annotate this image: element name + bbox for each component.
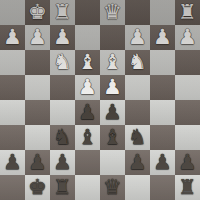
square-f8[interactable]: ♜ [50,175,75,200]
black-king-piece: ♚ [28,175,47,200]
square-e4[interactable]: ♟ [75,75,100,100]
white-pawn-piece: ♟ [78,75,97,100]
square-h4[interactable] [0,75,25,100]
square-f4[interactable] [50,75,75,100]
square-b7[interactable]: ♟ [150,150,175,175]
white-bishop-piece: ♝ [103,50,122,75]
square-b1[interactable] [150,0,175,25]
square-h7[interactable]: ♟ [0,150,25,175]
square-c8[interactable] [125,175,150,200]
square-d7[interactable] [100,150,125,175]
square-e5[interactable]: ♟ [75,100,100,125]
square-h8[interactable] [0,175,25,200]
black-pawn-piece: ♟ [103,100,122,125]
black-knight-piece: ♞ [128,125,147,150]
square-a5[interactable] [175,100,200,125]
square-g4[interactable] [25,75,50,100]
square-d4[interactable]: ♟ [100,75,125,100]
black-rook-piece: ♜ [178,175,197,200]
square-f5[interactable] [50,100,75,125]
square-a4[interactable] [175,75,200,100]
square-d1[interactable]: ♛ [100,0,125,25]
square-e7[interactable] [75,150,100,175]
square-c7[interactable]: ♟ [125,150,150,175]
white-pawn-piece: ♟ [28,25,47,50]
square-g6[interactable] [25,125,50,150]
square-h6[interactable] [0,125,25,150]
black-pawn-piece: ♟ [28,150,47,175]
white-pawn-piece: ♟ [153,25,172,50]
square-g7[interactable]: ♟ [25,150,50,175]
square-d5[interactable]: ♟ [100,100,125,125]
white-pawn-piece: ♟ [178,25,197,50]
square-c1[interactable] [125,0,150,25]
square-h5[interactable] [0,100,25,125]
white-pawn-piece: ♟ [128,25,147,50]
black-knight-piece: ♞ [53,125,72,150]
square-g3[interactable] [25,50,50,75]
square-a1[interactable]: ♜ [175,0,200,25]
white-knight-piece: ♞ [53,50,72,75]
square-f3[interactable]: ♞ [50,50,75,75]
chess-board-area: ♚♜♛♜♟♟♟♟♟♟♞♝♝♞♟♟♟♟♞♝♝♞♟♟♟♟♟♟♚♜♛♜ [0,0,200,200]
square-d6[interactable]: ♝ [100,125,125,150]
black-queen-piece: ♛ [103,175,122,200]
white-knight-piece: ♞ [128,50,147,75]
square-b8[interactable] [150,175,175,200]
square-d3[interactable]: ♝ [100,50,125,75]
square-a3[interactable] [175,50,200,75]
square-a7[interactable]: ♟ [175,150,200,175]
square-f2[interactable]: ♟ [50,25,75,50]
square-g2[interactable]: ♟ [25,25,50,50]
white-pawn-piece: ♟ [103,75,122,100]
square-b4[interactable] [150,75,175,100]
square-g8[interactable]: ♚ [25,175,50,200]
black-pawn-piece: ♟ [178,150,197,175]
white-rook-piece: ♜ [178,0,197,25]
square-c6[interactable]: ♞ [125,125,150,150]
square-a8[interactable]: ♜ [175,175,200,200]
black-pawn-piece: ♟ [128,150,147,175]
square-b6[interactable] [150,125,175,150]
black-pawn-piece: ♟ [153,150,172,175]
square-f6[interactable]: ♞ [50,125,75,150]
square-h2[interactable]: ♟ [0,25,25,50]
square-e6[interactable]: ♝ [75,125,100,150]
black-rook-piece: ♜ [53,175,72,200]
square-f7[interactable]: ♟ [50,150,75,175]
square-g1[interactable]: ♚ [25,0,50,25]
black-bishop-piece: ♝ [103,125,122,150]
square-c5[interactable] [125,100,150,125]
white-king-piece: ♚ [28,0,47,25]
square-e8[interactable] [75,175,100,200]
square-b3[interactable] [150,50,175,75]
white-rook-piece: ♜ [53,0,72,25]
square-e1[interactable] [75,0,100,25]
square-a6[interactable] [175,125,200,150]
white-queen-piece: ♛ [103,0,122,25]
square-c3[interactable]: ♞ [125,50,150,75]
square-g5[interactable] [25,100,50,125]
square-e2[interactable] [75,25,100,50]
square-h1[interactable] [0,0,25,25]
square-c2[interactable]: ♟ [125,25,150,50]
white-bishop-piece: ♝ [78,50,97,75]
black-pawn-piece: ♟ [78,100,97,125]
square-h3[interactable] [0,50,25,75]
square-f1[interactable]: ♜ [50,0,75,25]
square-b2[interactable]: ♟ [150,25,175,50]
black-bishop-piece: ♝ [78,125,97,150]
square-c4[interactable] [125,75,150,100]
square-d8[interactable]: ♛ [100,175,125,200]
chess-board: ♚♜♛♜♟♟♟♟♟♟♞♝♝♞♟♟♟♟♞♝♝♞♟♟♟♟♟♟♚♜♛♜ [0,0,200,200]
square-e3[interactable]: ♝ [75,50,100,75]
square-d2[interactable] [100,25,125,50]
white-pawn-piece: ♟ [53,25,72,50]
white-pawn-piece: ♟ [3,25,22,50]
black-pawn-piece: ♟ [3,150,22,175]
black-pawn-piece: ♟ [53,150,72,175]
square-b5[interactable] [150,100,175,125]
square-a2[interactable]: ♟ [175,25,200,50]
